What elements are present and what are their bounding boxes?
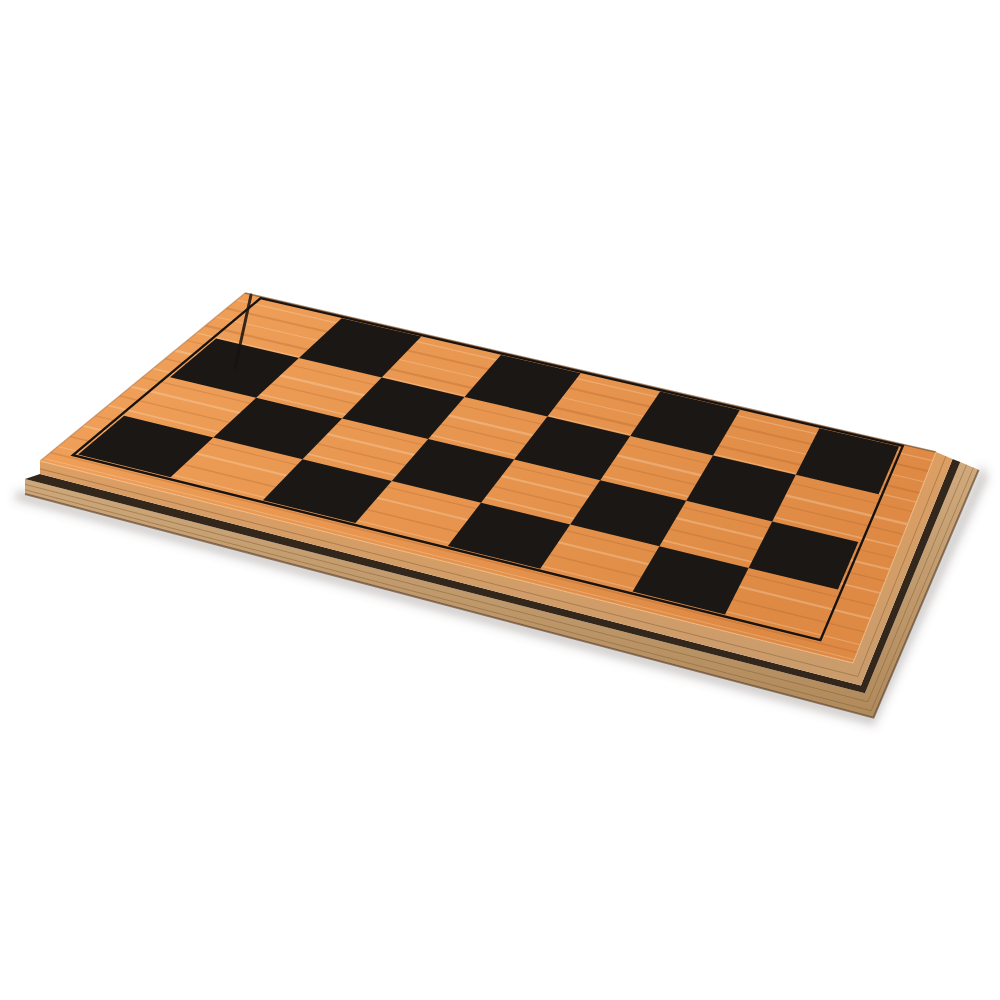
product-photo (0, 0, 1000, 1000)
folded-chessboard (0, 0, 1000, 1000)
